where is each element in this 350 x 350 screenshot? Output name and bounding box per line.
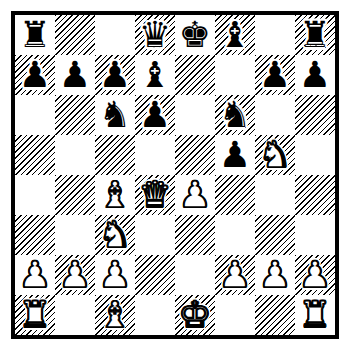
- square-g5[interactable]: ♞: [255, 135, 295, 175]
- square-c2[interactable]: ♟: [95, 255, 135, 295]
- white-queen-d4[interactable]: ♛: [139, 177, 171, 213]
- white-bishop-c1[interactable]: ♝: [99, 297, 131, 333]
- square-d8[interactable]: ♛: [135, 15, 175, 55]
- square-h7[interactable]: ♟: [295, 55, 335, 95]
- black-pawn-b7[interactable]: ♟: [59, 57, 91, 93]
- black-pawn-g7[interactable]: ♟: [259, 57, 291, 93]
- square-d2[interactable]: [135, 255, 175, 295]
- square-b3[interactable]: [55, 215, 95, 255]
- square-b7[interactable]: ♟: [55, 55, 95, 95]
- square-d1[interactable]: [135, 295, 175, 335]
- square-c3[interactable]: ♞: [95, 215, 135, 255]
- white-knight-c3[interactable]: ♞: [99, 217, 131, 253]
- square-g7[interactable]: ♟: [255, 55, 295, 95]
- black-pawn-a7[interactable]: ♟: [19, 57, 51, 93]
- black-rook-h8[interactable]: ♜: [299, 17, 331, 53]
- black-knight-f6[interactable]: ♞: [219, 97, 251, 133]
- white-rook-h1[interactable]: ♜: [299, 297, 331, 333]
- square-c7[interactable]: ♟: [95, 55, 135, 95]
- square-d5[interactable]: [135, 135, 175, 175]
- square-b1[interactable]: [55, 295, 95, 335]
- square-b6[interactable]: [55, 95, 95, 135]
- square-a7[interactable]: ♟: [15, 55, 55, 95]
- square-h3[interactable]: [295, 215, 335, 255]
- square-e3[interactable]: [175, 215, 215, 255]
- white-pawn-g2[interactable]: ♟: [259, 257, 291, 293]
- square-d7[interactable]: ♝: [135, 55, 175, 95]
- black-rook-a8[interactable]: ♜: [19, 17, 51, 53]
- square-a8[interactable]: ♜: [15, 15, 55, 55]
- square-f3[interactable]: [215, 215, 255, 255]
- black-pawn-d6[interactable]: ♟: [139, 97, 171, 133]
- square-b8[interactable]: [55, 15, 95, 55]
- black-bishop-f8[interactable]: ♝: [219, 17, 251, 53]
- square-a4[interactable]: [15, 175, 55, 215]
- square-h1[interactable]: ♜: [295, 295, 335, 335]
- square-c4[interactable]: ♝: [95, 175, 135, 215]
- white-pawn-a2[interactable]: ♟: [19, 257, 51, 293]
- square-c6[interactable]: ♞: [95, 95, 135, 135]
- square-e6[interactable]: [175, 95, 215, 135]
- square-f2[interactable]: ♟: [215, 255, 255, 295]
- black-bishop-d7[interactable]: ♝: [139, 57, 171, 93]
- square-a3[interactable]: [15, 215, 55, 255]
- square-g2[interactable]: ♟: [255, 255, 295, 295]
- square-f5[interactable]: ♟: [215, 135, 255, 175]
- square-e4[interactable]: ♟: [175, 175, 215, 215]
- square-f8[interactable]: ♝: [215, 15, 255, 55]
- square-g4[interactable]: [255, 175, 295, 215]
- square-e8[interactable]: ♚: [175, 15, 215, 55]
- black-king-e8[interactable]: ♚: [179, 17, 211, 53]
- square-h6[interactable]: [295, 95, 335, 135]
- square-a1[interactable]: ♜: [15, 295, 55, 335]
- black-pawn-h7[interactable]: ♟: [299, 57, 331, 93]
- white-rook-a1[interactable]: ♜: [19, 297, 51, 333]
- square-d4[interactable]: ♛: [135, 175, 175, 215]
- square-h5[interactable]: [295, 135, 335, 175]
- square-g1[interactable]: [255, 295, 295, 335]
- square-f7[interactable]: [215, 55, 255, 95]
- square-e1[interactable]: ♚: [175, 295, 215, 335]
- black-knight-c6[interactable]: ♞: [99, 97, 131, 133]
- square-d6[interactable]: ♟: [135, 95, 175, 135]
- chess-diagram: ♜♛♚♝♜♟♟♟♝♟♟♞♟♞♟♞♝♛♟♞♟♟♟♟♟♟♜♝♚♜: [0, 0, 350, 350]
- square-h2[interactable]: ♟: [295, 255, 335, 295]
- white-knight-g5[interactable]: ♞: [259, 137, 291, 173]
- square-a5[interactable]: [15, 135, 55, 175]
- white-king-e1[interactable]: ♚: [179, 297, 211, 333]
- square-g3[interactable]: [255, 215, 295, 255]
- square-c8[interactable]: [95, 15, 135, 55]
- black-pawn-c7[interactable]: ♟: [99, 57, 131, 93]
- white-bishop-c4[interactable]: ♝: [99, 177, 131, 213]
- white-pawn-b2[interactable]: ♟: [59, 257, 91, 293]
- square-a6[interactable]: [15, 95, 55, 135]
- square-b2[interactable]: ♟: [55, 255, 95, 295]
- square-g8[interactable]: [255, 15, 295, 55]
- white-pawn-c2[interactable]: ♟: [99, 257, 131, 293]
- white-pawn-h2[interactable]: ♟: [299, 257, 331, 293]
- square-d3[interactable]: [135, 215, 175, 255]
- square-f6[interactable]: ♞: [215, 95, 255, 135]
- black-queen-d8[interactable]: ♛: [139, 17, 171, 53]
- black-pawn-f5[interactable]: ♟: [219, 137, 251, 173]
- square-h4[interactable]: [295, 175, 335, 215]
- square-e2[interactable]: [175, 255, 215, 295]
- white-pawn-e4[interactable]: ♟: [179, 177, 211, 213]
- square-b4[interactable]: [55, 175, 95, 215]
- square-e7[interactable]: [175, 55, 215, 95]
- white-pawn-f2[interactable]: ♟: [219, 257, 251, 293]
- square-c1[interactable]: ♝: [95, 295, 135, 335]
- square-f1[interactable]: [215, 295, 255, 335]
- square-e5[interactable]: [175, 135, 215, 175]
- square-c5[interactable]: [95, 135, 135, 175]
- square-a2[interactable]: ♟: [15, 255, 55, 295]
- square-g6[interactable]: [255, 95, 295, 135]
- square-f4[interactable]: [215, 175, 255, 215]
- square-h8[interactable]: ♜: [295, 15, 335, 55]
- chess-board: ♜♛♚♝♜♟♟♟♝♟♟♞♟♞♟♞♝♛♟♞♟♟♟♟♟♟♜♝♚♜: [11, 11, 339, 339]
- square-b5[interactable]: [55, 135, 95, 175]
